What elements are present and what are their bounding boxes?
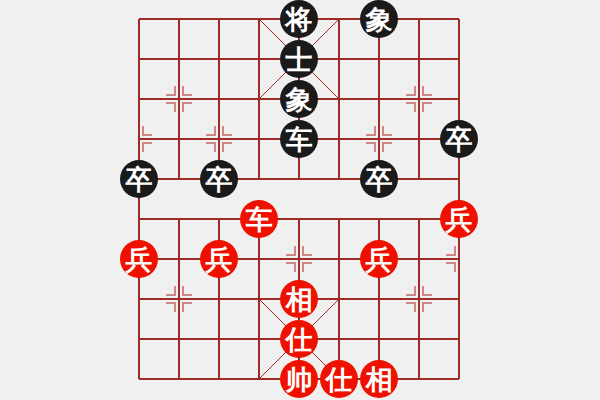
piece-red-chariot[interactable]: 车 [240, 200, 278, 238]
piece-red-advisor[interactable]: 仕 [280, 320, 318, 358]
piece-red-pawn[interactable]: 兵 [360, 240, 398, 278]
piece-black-pawn[interactable]: 卒 [200, 160, 238, 198]
xiangqi-screen: 将象士象车卒卒卒卒车兵兵兵兵相仕帅仕相 [0, 0, 600, 400]
piece-red-pawn[interactable]: 兵 [120, 240, 158, 278]
piece-black-general[interactable]: 将 [280, 0, 318, 38]
piece-red-pawn[interactable]: 兵 [200, 240, 238, 278]
piece-red-general[interactable]: 帅 [280, 360, 318, 398]
piece-red-elephant[interactable]: 相 [360, 360, 398, 398]
piece-black-pawn[interactable]: 卒 [360, 160, 398, 198]
xiangqi-board[interactable]: 将象士象车卒卒卒卒车兵兵兵兵相仕帅仕相 [119, 0, 479, 399]
piece-red-pawn[interactable]: 兵 [440, 200, 478, 238]
piece-black-elephant[interactable]: 象 [280, 80, 318, 118]
piece-black-pawn[interactable]: 卒 [440, 120, 478, 158]
piece-black-elephant[interactable]: 象 [360, 0, 398, 38]
piece-red-advisor[interactable]: 仕 [320, 360, 358, 398]
piece-black-advisor[interactable]: 士 [280, 40, 318, 78]
piece-red-elephant[interactable]: 相 [280, 280, 318, 318]
piece-black-chariot[interactable]: 车 [280, 120, 318, 158]
piece-black-pawn[interactable]: 卒 [120, 160, 158, 198]
